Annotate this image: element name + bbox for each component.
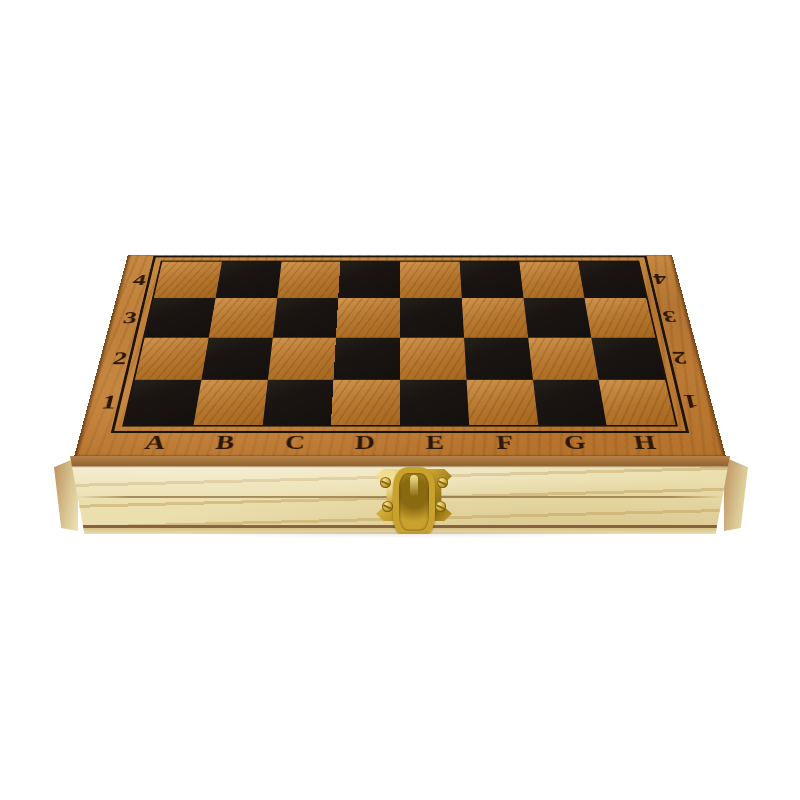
square-c4	[277, 262, 341, 299]
square-g1	[533, 380, 607, 426]
square-e1	[400, 380, 469, 426]
square-f4	[459, 262, 523, 299]
screw-icon	[382, 501, 393, 512]
box-front-face	[70, 456, 730, 534]
chess-box-top: 4321 4321 ABCDEFGH	[74, 131, 726, 457]
checker-grid	[124, 262, 675, 426]
square-c1	[262, 380, 334, 426]
square-a2	[135, 337, 209, 379]
square-e3	[400, 298, 464, 337]
square-b4	[215, 262, 281, 299]
file-label-h: H	[607, 425, 683, 457]
file-label-e: E	[400, 425, 471, 457]
board-surface: 4321 4321 ABCDEFGH	[74, 255, 726, 457]
square-f3	[462, 298, 528, 337]
file-label-g: G	[538, 425, 612, 457]
square-g2	[528, 337, 599, 379]
square-f2	[464, 337, 533, 379]
file-label-c: C	[259, 425, 332, 457]
square-g3	[523, 298, 591, 337]
file-label-f: F	[469, 425, 542, 457]
square-d1	[331, 380, 400, 426]
file-labels: ABCDEFGH	[117, 425, 683, 457]
square-c2	[267, 337, 336, 379]
brass-clasp	[376, 469, 452, 521]
square-h2	[591, 337, 665, 379]
rank-label-right-4: 4	[638, 262, 684, 299]
square-h3	[585, 298, 656, 337]
file-label-d: D	[329, 425, 400, 457]
square-a1	[124, 380, 201, 426]
square-b2	[201, 337, 272, 379]
square-a3	[145, 298, 216, 337]
screw-icon	[437, 477, 448, 488]
square-b3	[209, 298, 277, 337]
square-g4	[519, 262, 585, 299]
square-b1	[193, 380, 267, 426]
product-photo-scene: 4321 4321 ABCDEFGH	[0, 0, 800, 800]
square-e4	[400, 262, 462, 299]
square-d3	[336, 298, 400, 337]
square-c3	[272, 298, 338, 337]
square-a4	[154, 262, 222, 299]
file-label-b: B	[188, 425, 262, 457]
file-label-a: A	[117, 425, 193, 457]
square-e2	[400, 337, 466, 379]
rank-label-right-3: 3	[646, 298, 694, 337]
square-f1	[466, 380, 538, 426]
square-d2	[334, 337, 400, 379]
square-h4	[578, 262, 646, 299]
ground-shadow	[90, 532, 710, 540]
screw-icon	[435, 501, 446, 512]
square-d4	[338, 262, 400, 299]
square-h1	[599, 380, 676, 426]
rank-label-right-2: 2	[655, 337, 705, 379]
clasp-hasp-loop	[393, 467, 435, 537]
lid-edge-strip	[70, 456, 730, 466]
screw-icon	[380, 477, 391, 488]
